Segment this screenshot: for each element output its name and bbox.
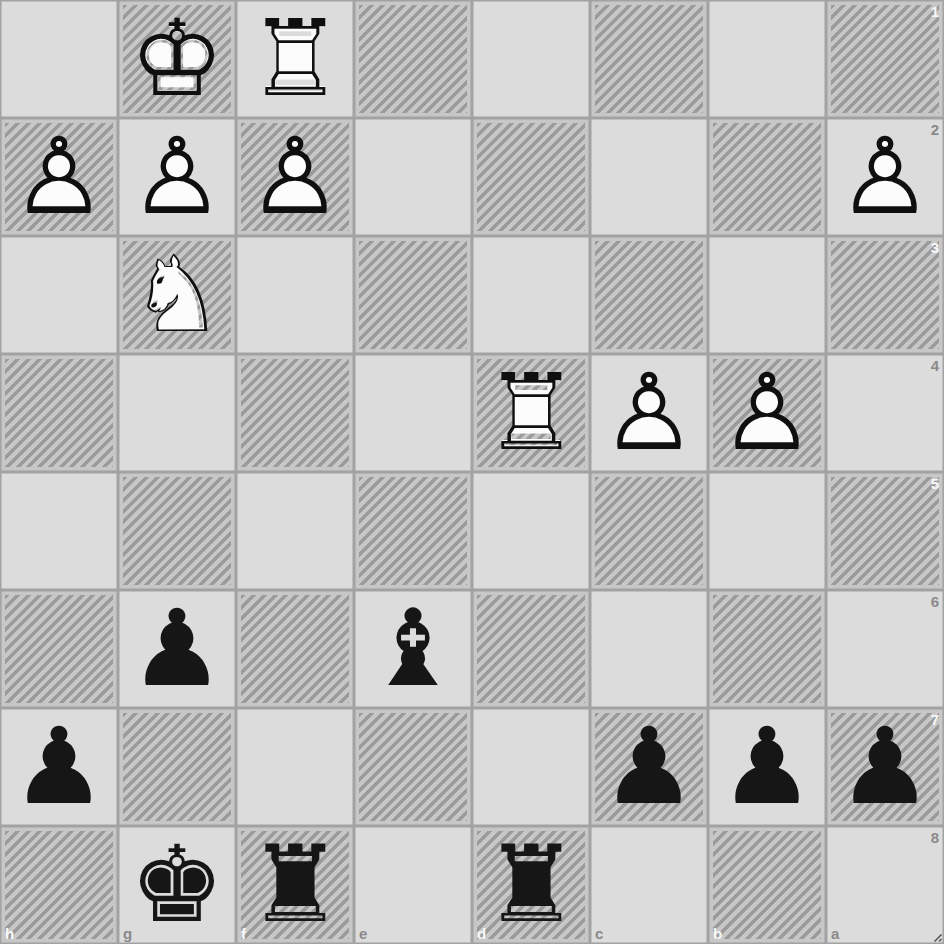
white-piece-outline: ♙ bbox=[590, 354, 708, 472]
piece-black-king[interactable]: ♚ bbox=[118, 826, 236, 944]
square-a7[interactable]: ♟7 bbox=[826, 708, 944, 826]
square-g2[interactable]: ♟♙ bbox=[118, 118, 236, 236]
square-a4[interactable]: 4 bbox=[826, 354, 944, 472]
square-a2[interactable]: ♟♙2 bbox=[826, 118, 944, 236]
square-d1[interactable] bbox=[472, 0, 590, 118]
white-piece-outline: ♙ bbox=[708, 354, 826, 472]
square-a1[interactable]: 1 bbox=[826, 0, 944, 118]
square-d2[interactable] bbox=[472, 118, 590, 236]
piece-black-rook[interactable]: ♜ bbox=[472, 826, 590, 944]
square-h7[interactable]: ♟ bbox=[0, 708, 118, 826]
square-c6[interactable] bbox=[590, 590, 708, 708]
file-label-e: e bbox=[359, 925, 367, 942]
white-piece-outline: ♔ bbox=[118, 0, 236, 118]
white-piece-outline: ♙ bbox=[826, 118, 944, 236]
piece-black-pawn[interactable]: ♟ bbox=[118, 590, 236, 708]
square-b6[interactable] bbox=[708, 590, 826, 708]
square-d3[interactable] bbox=[472, 236, 590, 354]
piece-white-pawn[interactable]: ♟♙ bbox=[0, 118, 118, 236]
square-e3[interactable] bbox=[354, 236, 472, 354]
square-e5[interactable] bbox=[354, 472, 472, 590]
square-g5[interactable] bbox=[118, 472, 236, 590]
square-b5[interactable] bbox=[708, 472, 826, 590]
square-d6[interactable] bbox=[472, 590, 590, 708]
piece-black-pawn[interactable]: ♟ bbox=[0, 708, 118, 826]
square-c8[interactable]: c bbox=[590, 826, 708, 944]
square-f3[interactable] bbox=[236, 236, 354, 354]
piece-white-pawn[interactable]: ♟♙ bbox=[590, 354, 708, 472]
rank-label-1: 1 bbox=[931, 3, 939, 20]
square-f2[interactable]: ♟♙ bbox=[236, 118, 354, 236]
square-h4[interactable] bbox=[0, 354, 118, 472]
square-c3[interactable] bbox=[590, 236, 708, 354]
rank-label-5: 5 bbox=[931, 475, 939, 492]
square-g4[interactable] bbox=[118, 354, 236, 472]
square-d4[interactable]: ♜♖ bbox=[472, 354, 590, 472]
rank-label-4: 4 bbox=[931, 357, 939, 374]
piece-black-pawn[interactable]: ♟ bbox=[826, 708, 944, 826]
black-piece-glyph: ♟ bbox=[826, 708, 944, 826]
rank-label-3: 3 bbox=[931, 239, 939, 256]
square-f5[interactable] bbox=[236, 472, 354, 590]
square-b2[interactable] bbox=[708, 118, 826, 236]
square-c5[interactable] bbox=[590, 472, 708, 590]
black-piece-glyph: ♟ bbox=[590, 708, 708, 826]
square-b8[interactable]: b bbox=[708, 826, 826, 944]
square-e8[interactable]: e bbox=[354, 826, 472, 944]
square-a6[interactable]: 6 bbox=[826, 590, 944, 708]
square-d8[interactable]: ♜d bbox=[472, 826, 590, 944]
piece-white-rook[interactable]: ♜♖ bbox=[472, 354, 590, 472]
chess-board: ♚♔♜♖1♟♙♟♙♟♙♟♙2♞♘3♜♖♟♙♟♙45♟♝6♟♟♟♟7h♚g♜fe♜… bbox=[0, 0, 944, 944]
piece-black-rook[interactable]: ♜ bbox=[236, 826, 354, 944]
square-f1[interactable]: ♜♖ bbox=[236, 0, 354, 118]
black-piece-glyph: ♜ bbox=[472, 826, 590, 944]
square-g6[interactable]: ♟ bbox=[118, 590, 236, 708]
square-h3[interactable] bbox=[0, 236, 118, 354]
square-h6[interactable] bbox=[0, 590, 118, 708]
piece-white-pawn[interactable]: ♟♙ bbox=[708, 354, 826, 472]
square-g3[interactable]: ♞♘ bbox=[118, 236, 236, 354]
square-b3[interactable] bbox=[708, 236, 826, 354]
square-d7[interactable] bbox=[472, 708, 590, 826]
piece-white-pawn[interactable]: ♟♙ bbox=[118, 118, 236, 236]
square-c2[interactable] bbox=[590, 118, 708, 236]
piece-black-pawn[interactable]: ♟ bbox=[590, 708, 708, 826]
black-piece-glyph: ♜ bbox=[236, 826, 354, 944]
file-label-b: b bbox=[713, 925, 722, 942]
square-h2[interactable]: ♟♙ bbox=[0, 118, 118, 236]
square-b4[interactable]: ♟♙ bbox=[708, 354, 826, 472]
square-c1[interactable] bbox=[590, 0, 708, 118]
piece-white-pawn[interactable]: ♟♙ bbox=[826, 118, 944, 236]
square-e1[interactable] bbox=[354, 0, 472, 118]
file-label-a: a bbox=[831, 925, 839, 942]
file-label-c: c bbox=[595, 925, 603, 942]
square-c7[interactable]: ♟ bbox=[590, 708, 708, 826]
white-piece-outline: ♖ bbox=[472, 354, 590, 472]
square-f8[interactable]: ♜f bbox=[236, 826, 354, 944]
white-piece-outline: ♙ bbox=[0, 118, 118, 236]
piece-black-bishop[interactable]: ♝ bbox=[354, 590, 472, 708]
square-e7[interactable] bbox=[354, 708, 472, 826]
square-b1[interactable] bbox=[708, 0, 826, 118]
square-g1[interactable]: ♚♔ bbox=[118, 0, 236, 118]
square-a8[interactable]: 8a bbox=[826, 826, 944, 944]
piece-white-pawn[interactable]: ♟♙ bbox=[236, 118, 354, 236]
piece-white-king[interactable]: ♚♔ bbox=[118, 0, 236, 118]
square-f7[interactable] bbox=[236, 708, 354, 826]
piece-white-knight[interactable]: ♞♘ bbox=[118, 236, 236, 354]
square-h1[interactable] bbox=[0, 0, 118, 118]
square-g7[interactable] bbox=[118, 708, 236, 826]
black-piece-glyph: ♟ bbox=[0, 708, 118, 826]
square-f6[interactable] bbox=[236, 590, 354, 708]
white-piece-outline: ♖ bbox=[236, 0, 354, 118]
square-h5[interactable] bbox=[0, 472, 118, 590]
rank-label-8: 8 bbox=[931, 829, 939, 846]
square-h8[interactable]: h bbox=[0, 826, 118, 944]
square-d5[interactable] bbox=[472, 472, 590, 590]
white-piece-outline: ♘ bbox=[118, 236, 236, 354]
square-a3[interactable]: 3 bbox=[826, 236, 944, 354]
square-e4[interactable] bbox=[354, 354, 472, 472]
file-label-h: h bbox=[5, 925, 14, 942]
resize-handle-icon[interactable] bbox=[929, 929, 943, 943]
black-piece-glyph: ♟ bbox=[118, 590, 236, 708]
black-piece-glyph: ♟ bbox=[708, 708, 826, 826]
piece-black-pawn[interactable]: ♟ bbox=[708, 708, 826, 826]
piece-white-rook[interactable]: ♜♖ bbox=[236, 0, 354, 118]
white-piece-outline: ♙ bbox=[236, 118, 354, 236]
square-e2[interactable] bbox=[354, 118, 472, 236]
black-piece-glyph: ♝ bbox=[354, 590, 472, 708]
square-b7[interactable]: ♟ bbox=[708, 708, 826, 826]
square-c4[interactable]: ♟♙ bbox=[590, 354, 708, 472]
square-g8[interactable]: ♚g bbox=[118, 826, 236, 944]
rank-label-6: 6 bbox=[931, 593, 939, 610]
square-a5[interactable]: 5 bbox=[826, 472, 944, 590]
square-f4[interactable] bbox=[236, 354, 354, 472]
white-piece-outline: ♙ bbox=[118, 118, 236, 236]
square-e6[interactable]: ♝ bbox=[354, 590, 472, 708]
black-piece-glyph: ♚ bbox=[118, 826, 236, 944]
